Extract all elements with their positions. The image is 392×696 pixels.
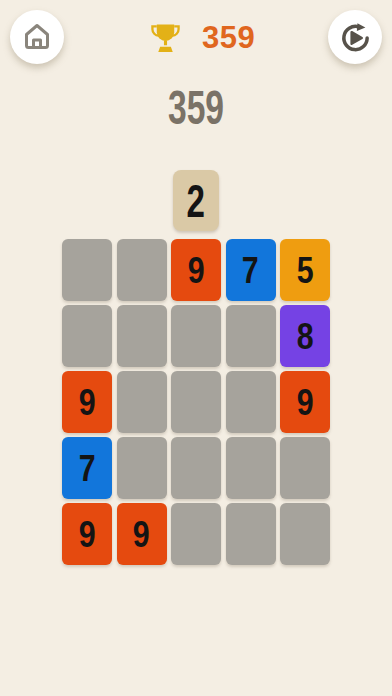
tile-digit: 5 [297, 252, 314, 289]
tile-digit: 9 [133, 516, 150, 553]
tile-digit: 9 [79, 384, 96, 421]
game-screen: 359 359 2 975899799 [0, 0, 392, 696]
tile-digit: 9 [188, 252, 205, 289]
restart-button[interactable] [328, 10, 382, 64]
empty-cell[interactable] [117, 371, 167, 433]
tile-8[interactable]: 8 [280, 305, 330, 367]
tile-9[interactable]: 9 [62, 503, 112, 565]
tile-digit: 7 [79, 450, 96, 487]
tile-9[interactable]: 9 [62, 371, 112, 433]
empty-cell[interactable] [280, 503, 330, 565]
home-icon [21, 21, 53, 53]
empty-cell[interactable] [226, 371, 276, 433]
empty-cell[interactable] [62, 239, 112, 301]
tile-5[interactable]: 5 [280, 239, 330, 301]
next-tile: 2 [173, 170, 219, 231]
next-tile-value: 2 [187, 178, 205, 224]
tile-digit: 7 [242, 252, 259, 289]
empty-cell[interactable] [171, 305, 221, 367]
best-score-value: 359 [202, 20, 255, 56]
trophy-icon [150, 21, 181, 55]
empty-cell[interactable] [226, 437, 276, 499]
board-grid: 975899799 [62, 239, 330, 565]
tile-digit: 9 [297, 384, 314, 421]
tile-9[interactable]: 9 [280, 371, 330, 433]
current-score: 359 [59, 84, 333, 132]
tile-digit: 8 [297, 318, 314, 355]
tile-9[interactable]: 9 [117, 503, 167, 565]
tile-7[interactable]: 7 [226, 239, 276, 301]
empty-cell[interactable] [171, 371, 221, 433]
tile-9[interactable]: 9 [171, 239, 221, 301]
best-score-display: 359 [150, 19, 255, 57]
empty-cell[interactable] [226, 503, 276, 565]
empty-cell[interactable] [280, 437, 330, 499]
empty-cell[interactable] [226, 305, 276, 367]
restart-icon [339, 21, 372, 54]
empty-cell[interactable] [117, 305, 167, 367]
tile-digit: 9 [79, 516, 96, 553]
empty-cell[interactable] [117, 239, 167, 301]
tile-7[interactable]: 7 [62, 437, 112, 499]
home-button[interactable] [10, 10, 64, 64]
empty-cell[interactable] [62, 305, 112, 367]
empty-cell[interactable] [171, 503, 221, 565]
empty-cell[interactable] [171, 437, 221, 499]
empty-cell[interactable] [117, 437, 167, 499]
